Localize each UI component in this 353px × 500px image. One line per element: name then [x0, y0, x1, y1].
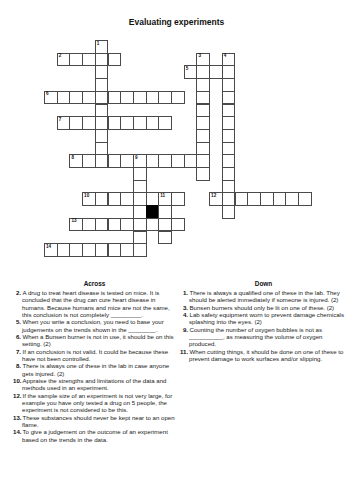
grid-cell[interactable] — [222, 65, 236, 79]
grid-cell[interactable] — [120, 192, 134, 206]
grid-cell[interactable] — [196, 154, 210, 168]
clue-item-text: There is always one of these in the lab … — [22, 362, 169, 376]
grid-cell[interactable] — [120, 116, 134, 130]
down-clue-list: 1.There is always a qualified one of the… — [180, 289, 347, 362]
grid-cell[interactable]: 14 — [44, 243, 58, 257]
grid-cell[interactable] — [120, 91, 134, 105]
clue-number: 1 — [97, 42, 100, 47]
grid-cell[interactable] — [196, 91, 210, 105]
grid-cell[interactable] — [133, 116, 147, 130]
grid-cell[interactable] — [222, 129, 236, 143]
grid-cell[interactable] — [133, 91, 147, 105]
across-header: Across — [13, 280, 176, 287]
grid-cell[interactable] — [158, 91, 172, 105]
grid-cell[interactable] — [222, 167, 236, 181]
grid-cell[interactable]: 10 — [82, 192, 96, 206]
clue-item-number: 8. — [13, 362, 21, 369]
grid-cell[interactable] — [95, 154, 109, 168]
grid-cell[interactable] — [196, 167, 210, 181]
clue-number: 13 — [71, 219, 76, 224]
clue-item-text: Bunsen burners should only be lit on one… — [190, 304, 335, 311]
clue-item: 2.A drug to treat heart disease is teste… — [13, 289, 176, 318]
down-clues: Down 1.There is always a qualified one o… — [180, 280, 347, 362]
clue-item-text: Appraise the strengths and limitations o… — [22, 377, 166, 391]
clue-number: 12 — [211, 194, 216, 199]
grid-cell[interactable]: 2 — [57, 53, 71, 67]
grid-cell[interactable] — [82, 243, 96, 257]
clue-item: 9.Counting the number of oxygen bubbles … — [180, 326, 347, 348]
grid-cell[interactable]: 11 — [158, 192, 172, 206]
grid-cell[interactable] — [133, 205, 147, 219]
clue-number: 3 — [198, 54, 201, 59]
puzzle-title: Evaluating experiments — [0, 17, 353, 27]
clue-item-text: There is always a qualified one of these… — [189, 289, 340, 303]
clue-item-number: 4. — [180, 311, 188, 318]
grid-cell[interactable] — [82, 218, 96, 232]
grid-cell[interactable] — [82, 91, 96, 105]
grid-cell[interactable] — [133, 231, 147, 245]
grid-cell[interactable] — [57, 243, 71, 257]
grid-cell[interactable] — [222, 104, 236, 118]
grid-cell[interactable] — [158, 154, 172, 168]
grid-cell[interactable] — [196, 142, 210, 156]
grid-cell[interactable] — [158, 205, 172, 219]
clue-number: 9 — [135, 156, 138, 161]
clue-item: 12.If the sample size of an experiment i… — [13, 392, 176, 414]
clue-item-number: 3. — [180, 304, 188, 311]
grid-cell[interactable] — [171, 154, 185, 168]
clue-item-number: 1. — [180, 289, 188, 296]
clue-item: 14.To give a judgement on the outcome of… — [13, 428, 176, 443]
clue-number: 4 — [224, 54, 227, 59]
clue-number: 10 — [84, 194, 89, 199]
grid-cell[interactable] — [222, 91, 236, 105]
clue-item: 1.There is always a qualified one of the… — [180, 289, 347, 304]
grid-cell[interactable]: 5 — [184, 65, 198, 79]
grid-cell[interactable]: 8 — [69, 154, 83, 168]
clue-item-number: 14. — [13, 428, 21, 435]
across-clue-list: 2.A drug to treat heart disease is teste… — [13, 289, 176, 443]
grid-cell[interactable] — [82, 154, 96, 168]
down-header: Down — [180, 280, 347, 287]
grid-cell[interactable] — [222, 180, 236, 194]
grid-cell[interactable] — [120, 218, 134, 232]
clue-item-number: 9. — [180, 326, 188, 333]
clue-item-text: Lab safety equipment worn to prevent dam… — [189, 311, 344, 325]
grid-cell[interactable] — [222, 116, 236, 130]
clue-item-number: 13. — [13, 414, 21, 421]
grid-cell[interactable] — [82, 53, 96, 67]
grid-cell[interactable] — [133, 180, 147, 194]
grid-cell[interactable]: 12 — [209, 192, 223, 206]
clue-item-text: Counting the number of oxygen bubbles is… — [189, 326, 322, 348]
grid-cell[interactable] — [95, 218, 109, 232]
clue-item-number: 2. — [13, 289, 21, 296]
grid-cell[interactable] — [108, 218, 122, 232]
grid-cell[interactable] — [69, 91, 83, 105]
grid-cell[interactable] — [196, 78, 210, 92]
grid-cell[interactable] — [196, 116, 210, 130]
clue-number: 8 — [71, 156, 74, 161]
grid-cell[interactable] — [222, 192, 236, 206]
grid-cell[interactable] — [108, 53, 122, 67]
grid-cell[interactable] — [235, 192, 249, 206]
grid-cell[interactable] — [158, 116, 172, 130]
grid-cell[interactable] — [95, 104, 109, 118]
worksheet-page: Evaluating experiments 12345678910111213… — [0, 0, 353, 500]
grid-cell[interactable] — [95, 116, 109, 130]
grid-cell[interactable] — [209, 65, 223, 79]
grid-cell[interactable] — [222, 78, 236, 92]
grid-cell[interactable] — [133, 218, 147, 232]
grid-cell[interactable] — [260, 192, 274, 206]
grid-cell[interactable] — [95, 142, 109, 156]
clue-item-text: When you write a conclusion, you need to… — [22, 318, 164, 332]
grid-cell[interactable] — [196, 65, 210, 79]
grid-cell[interactable] — [108, 91, 122, 105]
grid-cell[interactable] — [69, 243, 83, 257]
grid-cell[interactable] — [146, 218, 160, 232]
grid-cell[interactable] — [108, 116, 122, 130]
grid-cell[interactable] — [171, 91, 185, 105]
grid-cell[interactable]: 3 — [196, 53, 210, 67]
across-clues: Across 2.A drug to treat heart disease i… — [13, 280, 176, 443]
clue-item: 4.Lab safety equipment worn to prevent d… — [180, 311, 347, 326]
grid-cell[interactable] — [108, 154, 122, 168]
grid-cell[interactable]: 6 — [44, 91, 58, 105]
grid-cell[interactable] — [222, 205, 236, 219]
clue-item: 5.When you write a conclusion, you need … — [13, 318, 176, 333]
grid-cell[interactable]: 1 — [95, 40, 109, 54]
clue-item: 3.Bunsen burners should only be lit on o… — [180, 304, 347, 311]
grid-cell[interactable] — [146, 154, 160, 168]
grid-cell[interactable] — [108, 243, 122, 257]
crossword-grid: 1234567891011121314 — [44, 40, 311, 256]
blocked-cell — [146, 205, 160, 219]
grid-cell[interactable] — [120, 243, 134, 257]
grid-cell[interactable]: 7 — [57, 116, 71, 130]
clue-item: 7.If an conclusion is not valid. It coul… — [13, 348, 176, 363]
clue-item-number: 11. — [180, 348, 188, 355]
clue-item-text: When cutting things, it should be done o… — [189, 348, 343, 362]
grid-cell[interactable] — [146, 116, 160, 130]
grid-cell[interactable] — [95, 91, 109, 105]
clue-item: 11.When cutting things, it should be don… — [180, 348, 347, 363]
grid-cell[interactable]: 13 — [69, 218, 83, 232]
clue-number: 7 — [59, 118, 62, 123]
grid-cell[interactable] — [196, 104, 210, 118]
clue-item-number: 10. — [13, 377, 21, 384]
grid-cell[interactable] — [95, 78, 109, 92]
clue-item-text: To give a judgement on the outcome of an… — [22, 428, 168, 442]
grid-cell[interactable] — [184, 154, 198, 168]
grid-cell[interactable] — [196, 129, 210, 143]
grid-cell[interactable] — [69, 116, 83, 130]
clue-item-text: If the sample size of an experiment is n… — [22, 392, 172, 414]
clue-item-number: 6. — [13, 333, 21, 340]
grid-cell[interactable] — [69, 53, 83, 67]
clue-item-number: 12. — [13, 392, 21, 399]
grid-cell[interactable] — [95, 53, 109, 67]
grid-cell[interactable] — [108, 192, 122, 206]
grid-cell[interactable] — [95, 129, 109, 143]
grid-cell[interactable]: 9 — [133, 154, 147, 168]
clue-item-text: A drug to treat heart disease is tested … — [22, 289, 170, 318]
grid-cell[interactable] — [133, 192, 147, 206]
clue-item: 6.When a Bunsen burner is not in use, it… — [13, 333, 176, 348]
grid-cell[interactable] — [95, 243, 109, 257]
grid-cell[interactable] — [285, 192, 299, 206]
grid-cell[interactable] — [273, 192, 287, 206]
clue-number: 14 — [46, 245, 51, 250]
grid-cell[interactable] — [171, 218, 185, 232]
grid-cell[interactable] — [222, 154, 236, 168]
clue-number: 6 — [46, 92, 49, 97]
grid-cell[interactable] — [222, 142, 236, 156]
clue-item-text: If an conclusion is not valid. It could … — [22, 348, 168, 362]
grid-cell[interactable] — [247, 192, 261, 206]
grid-cell[interactable] — [133, 243, 147, 257]
grid-cell[interactable] — [95, 65, 109, 79]
clue-item-text: When a Bunsen burner is not in use, it s… — [22, 333, 174, 347]
grid-cell[interactable] — [171, 192, 185, 206]
clue-item-text: These substances should never be kept ne… — [22, 414, 175, 428]
grid-cell[interactable] — [158, 218, 172, 232]
grid-cell[interactable] — [82, 116, 96, 130]
grid-cell[interactable] — [298, 192, 312, 206]
grid-cell[interactable]: 4 — [222, 53, 236, 67]
grid-cell[interactable] — [158, 231, 172, 245]
clue-item: 10.Appraise the strengths and limitation… — [13, 377, 176, 392]
clue-item-number: 7. — [13, 348, 21, 355]
clue-number: 2 — [59, 54, 62, 59]
clue-item: 13.These substances should never be kept… — [13, 414, 176, 429]
clue-item: 8.There is always one of these in the la… — [13, 362, 176, 377]
grid-cell[interactable] — [120, 154, 134, 168]
clue-number: 5 — [186, 67, 189, 72]
grid-cell[interactable] — [57, 91, 71, 105]
grid-cell[interactable] — [146, 91, 160, 105]
grid-cell[interactable] — [95, 192, 109, 206]
clue-item-number: 5. — [13, 318, 21, 325]
clue-number: 11 — [160, 194, 165, 199]
grid-cell[interactable] — [146, 192, 160, 206]
grid-cell[interactable] — [133, 167, 147, 181]
